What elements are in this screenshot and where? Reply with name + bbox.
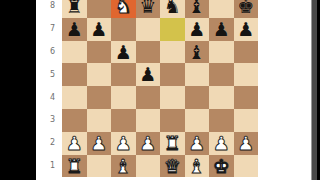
piece-white-bishop-c1[interactable]: ♝ bbox=[115, 155, 132, 178]
square-f8[interactable]: ♝ bbox=[185, 0, 210, 18]
screen: 87654321 ♜♞♛♞♝♚♟♟♟♟♟♟♝♟♟♟♟♟♜♟♟♟♜♝♛♝♚ bbox=[0, 0, 320, 180]
square-a2[interactable]: ♟ bbox=[62, 132, 87, 155]
piece-white-pawn-h2[interactable]: ♟ bbox=[237, 132, 254, 155]
piece-black-pawn-a7[interactable]: ♟ bbox=[66, 18, 83, 41]
piece-black-bishop-f8[interactable]: ♝ bbox=[188, 0, 205, 18]
square-c7[interactable] bbox=[111, 18, 136, 41]
square-b1[interactable] bbox=[87, 155, 112, 178]
square-c2[interactable]: ♟ bbox=[111, 132, 136, 155]
square-g2[interactable]: ♟ bbox=[209, 132, 234, 155]
square-h7[interactable]: ♟ bbox=[234, 18, 259, 41]
square-d3[interactable] bbox=[136, 109, 161, 132]
square-a5[interactable] bbox=[62, 63, 87, 86]
square-e1[interactable]: ♛ bbox=[160, 155, 185, 178]
rank-label-2: 2 bbox=[41, 139, 55, 147]
square-a4[interactable] bbox=[62, 86, 87, 109]
square-c1[interactable]: ♝ bbox=[111, 155, 136, 178]
piece-white-king-g1[interactable]: ♚ bbox=[213, 155, 230, 178]
square-b2[interactable]: ♟ bbox=[87, 132, 112, 155]
rank-label-1: 1 bbox=[41, 162, 55, 170]
square-d8[interactable]: ♛ bbox=[136, 0, 161, 18]
square-d6[interactable] bbox=[136, 41, 161, 64]
rank-label-6: 6 bbox=[41, 48, 55, 56]
square-g7[interactable]: ♟ bbox=[209, 18, 234, 41]
piece-white-pawn-f2[interactable]: ♟ bbox=[188, 132, 205, 155]
piece-black-pawn-g7[interactable]: ♟ bbox=[213, 18, 230, 41]
piece-white-rook-a1[interactable]: ♜ bbox=[66, 155, 83, 178]
scrollbar[interactable] bbox=[311, 0, 317, 180]
piece-black-king-h8[interactable]: ♚ bbox=[237, 0, 254, 18]
square-f5[interactable] bbox=[185, 63, 210, 86]
square-h4[interactable] bbox=[234, 86, 259, 109]
square-h5[interactable] bbox=[234, 63, 259, 86]
chess-board[interactable]: ♜♞♛♞♝♚♟♟♟♟♟♟♝♟♟♟♟♟♜♟♟♟♜♝♛♝♚ bbox=[62, 0, 258, 177]
piece-black-queen-d8[interactable]: ♛ bbox=[139, 0, 156, 18]
square-g1[interactable]: ♚ bbox=[209, 155, 234, 178]
rank-label-3: 3 bbox=[41, 116, 55, 124]
piece-white-pawn-b2[interactable]: ♟ bbox=[90, 132, 107, 155]
piece-black-pawn-h7[interactable]: ♟ bbox=[237, 18, 254, 41]
piece-black-pawn-c6[interactable]: ♟ bbox=[115, 41, 132, 64]
square-a7[interactable]: ♟ bbox=[62, 18, 87, 41]
square-b4[interactable] bbox=[87, 86, 112, 109]
square-f6[interactable]: ♝ bbox=[185, 41, 210, 64]
square-d7[interactable] bbox=[136, 18, 161, 41]
piece-black-bishop-f6[interactable]: ♝ bbox=[188, 41, 205, 64]
square-a3[interactable] bbox=[62, 109, 87, 132]
piece-white-pawn-g2[interactable]: ♟ bbox=[213, 132, 230, 155]
square-h3[interactable] bbox=[234, 109, 259, 132]
square-h1[interactable] bbox=[234, 155, 259, 178]
square-g8[interactable] bbox=[209, 0, 234, 18]
piece-black-knight-e8[interactable]: ♞ bbox=[164, 0, 181, 18]
piece-white-queen-e1[interactable]: ♛ bbox=[164, 155, 181, 178]
square-e6[interactable] bbox=[160, 41, 185, 64]
square-b3[interactable] bbox=[87, 109, 112, 132]
square-e2[interactable]: ♜ bbox=[160, 132, 185, 155]
piece-black-rook-a8[interactable]: ♜ bbox=[66, 0, 83, 18]
square-f3[interactable] bbox=[185, 109, 210, 132]
square-f2[interactable]: ♟ bbox=[185, 132, 210, 155]
piece-white-bishop-f1[interactable]: ♝ bbox=[188, 155, 205, 178]
rank-label-7: 7 bbox=[41, 25, 55, 33]
piece-white-knight-c8[interactable]: ♞ bbox=[115, 0, 132, 18]
square-f1[interactable]: ♝ bbox=[185, 155, 210, 178]
square-d5[interactable]: ♟ bbox=[136, 63, 161, 86]
square-a6[interactable] bbox=[62, 41, 87, 64]
piece-black-pawn-b7[interactable]: ♟ bbox=[90, 18, 107, 41]
rank-label-8: 8 bbox=[41, 2, 55, 10]
piece-white-pawn-c2[interactable]: ♟ bbox=[115, 132, 132, 155]
square-h2[interactable]: ♟ bbox=[234, 132, 259, 155]
square-g4[interactable] bbox=[209, 86, 234, 109]
piece-white-rook-e2[interactable]: ♜ bbox=[164, 132, 181, 155]
square-e8[interactable]: ♞ bbox=[160, 0, 185, 18]
square-b7[interactable]: ♟ bbox=[87, 18, 112, 41]
rank-label-5: 5 bbox=[41, 71, 55, 79]
square-a8[interactable]: ♜ bbox=[62, 0, 87, 18]
square-g6[interactable] bbox=[209, 41, 234, 64]
square-f7[interactable]: ♟ bbox=[185, 18, 210, 41]
square-e3[interactable] bbox=[160, 109, 185, 132]
rank-label-column: 87654321 bbox=[40, 0, 58, 180]
square-d1[interactable] bbox=[136, 155, 161, 178]
square-c6[interactable]: ♟ bbox=[111, 41, 136, 64]
piece-white-pawn-a2[interactable]: ♟ bbox=[66, 132, 83, 155]
square-h6[interactable] bbox=[234, 41, 259, 64]
square-d4[interactable] bbox=[136, 86, 161, 109]
square-b5[interactable] bbox=[87, 63, 112, 86]
square-g3[interactable] bbox=[209, 109, 234, 132]
square-c3[interactable] bbox=[111, 109, 136, 132]
square-c5[interactable] bbox=[111, 63, 136, 86]
piece-black-pawn-d5[interactable]: ♟ bbox=[139, 63, 156, 86]
square-b6[interactable] bbox=[87, 41, 112, 64]
square-e4[interactable] bbox=[160, 86, 185, 109]
square-a1[interactable]: ♜ bbox=[62, 155, 87, 178]
square-e7[interactable] bbox=[160, 18, 185, 41]
square-g5[interactable] bbox=[209, 63, 234, 86]
rank-label-4: 4 bbox=[41, 94, 55, 102]
square-c8[interactable]: ♞ bbox=[111, 0, 136, 18]
square-h8[interactable]: ♚ bbox=[234, 0, 259, 18]
square-d2[interactable]: ♟ bbox=[136, 132, 161, 155]
piece-black-pawn-f7[interactable]: ♟ bbox=[188, 18, 205, 41]
piece-white-pawn-d2[interactable]: ♟ bbox=[139, 132, 156, 155]
square-e5[interactable] bbox=[160, 63, 185, 86]
square-b8[interactable] bbox=[87, 0, 112, 18]
square-c4[interactable] bbox=[111, 86, 136, 109]
square-f4[interactable] bbox=[185, 86, 210, 109]
